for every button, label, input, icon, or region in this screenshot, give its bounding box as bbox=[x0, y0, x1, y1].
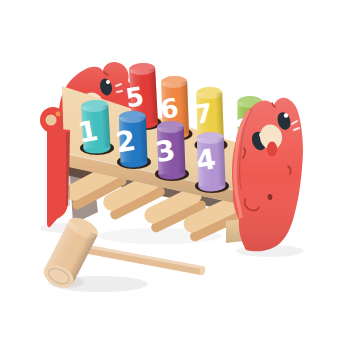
mallet-handle bbox=[77, 243, 206, 276]
right-face-nose-dot bbox=[268, 194, 273, 200]
bench-right-panel bbox=[232, 98, 303, 252]
bench-left-leg bbox=[47, 128, 70, 227]
left-panel-knob-dot bbox=[46, 115, 57, 126]
left-leg-edge-shade bbox=[66, 132, 70, 206]
left-face-eye-right-glint bbox=[106, 80, 110, 84]
right-face-eye-right-glint bbox=[284, 113, 288, 117]
mallet-handle-highlight bbox=[78, 243, 203, 269]
right-face-tongue bbox=[267, 142, 277, 157]
toy-scene: 8 7 6 5 1 2 bbox=[0, 0, 350, 350]
toy-product-photo: 8 7 6 5 1 2 bbox=[0, 0, 350, 350]
left-face-cheek-dot bbox=[56, 112, 61, 117]
